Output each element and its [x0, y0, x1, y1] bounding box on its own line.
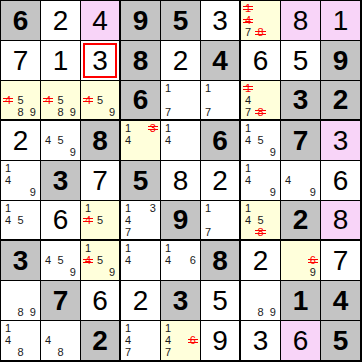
pencil-marks: 459	[42, 122, 79, 159]
cell-r4c7[interactable]: 1459	[241, 121, 281, 161]
entered-digit: 7	[333, 247, 349, 275]
cell-r1c4[interactable]: 9	[121, 1, 161, 41]
entered-digit: 5	[293, 47, 309, 75]
cell-r5c6[interactable]: 2	[201, 161, 241, 201]
given-digit: 6	[13, 7, 29, 35]
candidate-1: 1	[2, 202, 14, 214]
candidate-4: 4	[122, 214, 134, 226]
candidate-6: 6	[187, 254, 199, 266]
cell-r7c2[interactable]: 459	[41, 241, 81, 281]
cell-r1c9[interactable]: 1	[321, 1, 361, 41]
given-digit: 4	[333, 287, 349, 315]
candidate-5: 5	[94, 94, 106, 106]
candidate-6-eliminated: 6	[307, 254, 319, 266]
pencil-marks: 149	[2, 162, 39, 199]
candidate-4: 4	[242, 134, 254, 146]
candidate-1: 1	[202, 82, 214, 94]
given-digit: 5	[173, 7, 189, 35]
candidate-4-eliminated: 4	[242, 14, 254, 26]
cell-r2c9[interactable]: 9	[321, 41, 361, 81]
candidate-1: 1	[162, 122, 174, 134]
entered-digit: 4	[92, 7, 108, 35]
cell-r7c9[interactable]: 7	[321, 241, 361, 281]
cell-r4c8[interactable]: 7	[281, 121, 321, 161]
cell-r3c3[interactable]: 459	[81, 81, 121, 121]
cell-r5c7[interactable]: 149	[241, 161, 281, 201]
candidate-4: 4	[242, 174, 254, 186]
cell-r8c5[interactable]: 3	[161, 281, 201, 321]
cell-r1c8[interactable]: 8	[281, 1, 321, 41]
pencil-marks: 4589	[2, 82, 39, 118]
given-digit: 3	[173, 287, 189, 315]
given-digit: 3	[53, 167, 69, 195]
cell-r5c5[interactable]: 8	[161, 161, 201, 201]
entered-digit: 2	[53, 7, 69, 35]
cell-r3c2[interactable]: 4589	[41, 81, 81, 121]
candidate-5: 5	[54, 94, 66, 106]
candidate-8-eliminated: 8	[254, 106, 266, 118]
cell-r8c4[interactable]: 2	[121, 281, 161, 321]
candidate-9: 9	[106, 106, 118, 118]
candidate-4: 4	[42, 334, 54, 346]
given-digit: 3	[13, 247, 29, 275]
cell-r8c9[interactable]: 4	[321, 281, 361, 321]
pencil-marks: 1458	[242, 202, 279, 238]
cell-r8c7[interactable]: 89	[241, 281, 281, 321]
candidate-7: 7	[202, 106, 214, 118]
pencil-marks: 4589	[42, 82, 79, 118]
pencil-marks: 49	[282, 162, 319, 199]
candidate-8: 8	[54, 106, 66, 118]
entered-digit: 7	[92, 167, 108, 195]
candidate-5: 5	[14, 214, 26, 226]
pencil-marks: 89	[242, 282, 279, 319]
cell-r6c6[interactable]: 17	[201, 201, 241, 241]
pencil-marks: 147	[122, 322, 159, 359]
candidate-5: 5	[94, 254, 106, 266]
cell-r7c7[interactable]: 2	[241, 241, 281, 281]
entered-digit: 8	[293, 7, 309, 35]
cell-r2c8[interactable]: 5	[281, 41, 321, 81]
entered-digit: 3	[253, 327, 269, 355]
cell-r9c3[interactable]: 2	[81, 321, 121, 361]
candidate-5: 5	[54, 134, 66, 146]
pencil-marks: 14	[162, 122, 199, 159]
entered-digit: 8	[173, 167, 189, 195]
cell-r7c6[interactable]: 8	[201, 241, 241, 281]
cell-r9c1[interactable]: 148	[1, 321, 41, 361]
given-digit: 5	[133, 167, 149, 195]
candidate-8: 8	[54, 347, 66, 359]
candidate-5: 5	[254, 214, 266, 226]
pencil-marks: 459	[82, 82, 118, 118]
cell-r6c9[interactable]: 8	[321, 201, 361, 241]
candidate-9: 9	[67, 147, 79, 159]
candidate-4: 4	[2, 214, 14, 226]
given-digit: 3	[293, 86, 309, 114]
pencil-marks: 148	[2, 322, 39, 359]
cell-r5c4[interactable]: 5	[121, 161, 161, 201]
cell-r1c6[interactable]: 3	[201, 1, 241, 41]
cell-r4c3[interactable]: 8	[81, 121, 121, 161]
candidate-4: 4	[2, 174, 14, 186]
given-digit: 4	[212, 47, 228, 75]
candidate-4: 4	[242, 214, 254, 226]
entered-digit: 9	[212, 327, 228, 355]
entered-digit: 1	[333, 7, 349, 35]
cell-r2c4[interactable]: 8	[121, 41, 161, 81]
cell-r6c8[interactable]: 2	[281, 201, 321, 241]
candidate-1: 1	[122, 322, 134, 334]
given-digit: 1	[293, 287, 309, 315]
sudoku-board: 6249531478817138246594589458945961717147…	[0, 0, 362, 362]
pencil-marks: 145	[82, 202, 118, 238]
candidate-1: 1	[242, 202, 254, 214]
cell-r5c1[interactable]: 149	[1, 161, 41, 201]
cell-r2c1[interactable]: 7	[1, 41, 41, 81]
candidate-1: 1	[162, 82, 174, 94]
candidate-1: 1	[242, 162, 254, 174]
given-digit: 5	[333, 327, 349, 355]
cell-r6c2[interactable]: 6	[41, 201, 81, 241]
candidate-9: 9	[307, 267, 319, 279]
candidate-9: 9	[27, 307, 39, 319]
candidate-1: 1	[122, 202, 134, 214]
candidate-4: 4	[42, 134, 54, 146]
cell-r7c4[interactable]: 14	[121, 241, 161, 281]
pencil-marks: 14	[122, 242, 159, 279]
cell-r2c6[interactable]: 4	[201, 41, 241, 81]
candidate-4: 4	[162, 134, 174, 146]
cell-r3c1[interactable]: 4589	[1, 81, 41, 121]
entered-digit: 5	[212, 287, 228, 315]
given-digit: 6	[133, 86, 149, 114]
candidate-4: 4	[162, 254, 174, 266]
candidate-9: 9	[27, 187, 39, 199]
candidate-4: 4	[2, 334, 14, 346]
candidate-9: 9	[27, 106, 39, 118]
cell-r4c6[interactable]: 6	[201, 121, 241, 161]
candidate-4: 4	[242, 94, 254, 106]
candidate-1: 1	[2, 322, 14, 334]
pencil-marks: 149	[242, 162, 279, 199]
cell-r6c5[interactable]: 9	[161, 201, 201, 241]
cell-r9c9[interactable]: 5	[321, 321, 361, 361]
pencil-marks: 89	[2, 282, 39, 319]
cell-r9c6[interactable]: 9	[201, 321, 241, 361]
entered-digit: 3	[92, 47, 108, 75]
pencil-marks: 1459	[82, 242, 118, 279]
entered-digit: 6	[53, 206, 69, 234]
given-digit: 9	[133, 7, 149, 35]
pencil-marks: 1478	[242, 82, 279, 118]
cell-r5c2[interactable]: 3	[41, 161, 81, 201]
given-digit: 7	[293, 127, 309, 155]
candidate-7: 7	[162, 347, 174, 359]
cell-r1c5[interactable]: 5	[161, 1, 201, 41]
pencil-marks: 459	[42, 242, 79, 279]
candidate-4: 4	[42, 254, 54, 266]
candidate-1: 1	[202, 202, 214, 214]
candidate-5: 5	[254, 134, 266, 146]
cell-r3c8[interactable]: 3	[281, 81, 321, 121]
candidate-8-eliminated: 8	[254, 226, 266, 238]
cell-r3c7[interactable]: 1478	[241, 81, 281, 121]
pencil-marks: 17	[162, 82, 199, 118]
cell-r4c9[interactable]: 3	[321, 121, 361, 161]
candidate-1-eliminated: 1	[242, 2, 254, 14]
candidate-7: 7	[122, 347, 134, 359]
cell-r9c7[interactable]: 3	[241, 321, 281, 361]
cell-r7c1[interactable]: 3	[1, 241, 41, 281]
pencil-marks: 1478	[242, 2, 279, 39]
candidate-7: 7	[242, 27, 254, 39]
pencil-marks: 48	[42, 322, 79, 359]
candidate-5: 5	[14, 94, 26, 106]
candidate-1: 1	[242, 122, 254, 134]
cell-r6c1[interactable]: 145	[1, 201, 41, 241]
candidate-7: 7	[162, 106, 174, 118]
pencil-marks: 69	[282, 242, 319, 279]
candidate-7: 7	[202, 226, 214, 238]
cell-r8c3[interactable]: 6	[81, 281, 121, 321]
cell-r3c6[interactable]: 17	[201, 81, 241, 121]
given-digit: 7	[53, 287, 69, 315]
cell-r1c7[interactable]: 1478	[241, 1, 281, 41]
candidate-9: 9	[267, 307, 279, 319]
entered-digit: 6	[333, 167, 349, 195]
given-digit: 2	[293, 206, 309, 234]
candidate-1: 1	[122, 122, 134, 134]
pencil-marks: 1347	[122, 202, 159, 238]
candidate-6-eliminated: 6	[187, 334, 199, 346]
candidate-4: 4	[122, 254, 134, 266]
given-digit: 6	[212, 127, 228, 155]
cell-r6c7[interactable]: 1458	[241, 201, 281, 241]
cell-r9c2[interactable]: 48	[41, 321, 81, 361]
candidate-1: 1	[2, 162, 14, 174]
candidate-4: 4	[162, 334, 174, 346]
candidate-9: 9	[106, 267, 118, 279]
pencil-marks: 17	[202, 202, 238, 238]
cell-r8c2[interactable]: 7	[41, 281, 81, 321]
candidate-4: 4	[122, 334, 134, 346]
candidate-9: 9	[67, 106, 79, 118]
given-digit: 8	[212, 247, 228, 275]
candidate-3-eliminated: 3	[147, 122, 159, 134]
candidate-8: 8	[14, 347, 26, 359]
pencil-marks: 1459	[242, 122, 279, 159]
candidate-5: 5	[94, 214, 106, 226]
entered-digit: 6	[293, 327, 309, 355]
entered-digit: 2	[253, 247, 269, 275]
cell-r1c3[interactable]: 4	[81, 1, 121, 41]
cell-r7c5[interactable]: 146	[161, 241, 201, 281]
candidate-1: 1	[82, 242, 94, 254]
entered-digit: 3	[212, 7, 228, 35]
entered-digit: 2	[133, 287, 149, 315]
candidate-9: 9	[267, 147, 279, 159]
candidate-1: 1	[82, 202, 94, 214]
candidate-4: 4	[282, 174, 294, 186]
candidate-9: 9	[267, 187, 279, 199]
cell-r5c3[interactable]: 7	[81, 161, 121, 201]
pencil-marks: 17	[202, 82, 238, 118]
cell-r6c3[interactable]: 145	[81, 201, 121, 241]
given-digit: 8	[92, 127, 108, 155]
entered-digit: 2	[173, 47, 189, 75]
cell-r3c4[interactable]: 6	[121, 81, 161, 121]
cell-r1c1[interactable]: 6	[1, 1, 41, 41]
pencil-marks: 134	[122, 122, 159, 159]
candidate-9: 9	[67, 267, 79, 279]
candidate-4-eliminated: 4	[2, 94, 14, 106]
cell-r4c4[interactable]: 134	[121, 121, 161, 161]
cell-r7c8[interactable]: 69	[281, 241, 321, 281]
entered-digit: 1	[53, 47, 69, 75]
given-digit: 8	[133, 47, 149, 75]
cell-r5c9[interactable]: 6	[321, 161, 361, 201]
candidate-4-eliminated: 4	[82, 254, 94, 266]
candidate-1-eliminated: 1	[242, 82, 254, 94]
entered-digit: 6	[253, 47, 269, 75]
cell-r5c8[interactable]: 49	[281, 161, 321, 201]
given-digit: 9	[333, 47, 349, 75]
given-digit: 9	[173, 206, 189, 234]
candidate-8: 8	[254, 307, 266, 319]
given-digit: 2	[333, 86, 349, 114]
cell-r8c6[interactable]: 5	[201, 281, 241, 321]
candidate-8: 8	[14, 307, 26, 319]
candidate-4-eliminated: 4	[82, 214, 94, 226]
entered-digit: 6	[92, 287, 108, 315]
candidate-1: 1	[162, 322, 174, 334]
candidate-5: 5	[54, 254, 66, 266]
candidate-3: 3	[147, 202, 159, 214]
candidate-7: 7	[122, 226, 134, 238]
cell-r4c2[interactable]: 459	[41, 121, 81, 161]
candidate-8-eliminated: 8	[254, 27, 266, 39]
cell-r8c1[interactable]: 89	[1, 281, 41, 321]
entered-digit: 3	[333, 127, 349, 155]
cell-r2c3[interactable]: 3	[81, 41, 121, 81]
pencil-marks: 146	[162, 242, 199, 279]
candidate-1: 1	[122, 242, 134, 254]
cell-r4c5[interactable]: 14	[161, 121, 201, 161]
entered-digit: 2	[212, 167, 228, 195]
cell-r9c8[interactable]: 6	[281, 321, 321, 361]
pencil-marks: 145	[2, 202, 39, 238]
candidate-1: 1	[162, 242, 174, 254]
cell-r3c5[interactable]: 17	[161, 81, 201, 121]
cell-r3c9[interactable]: 2	[321, 81, 361, 121]
cell-r9c4[interactable]: 147	[121, 321, 161, 361]
entered-digit: 7	[13, 47, 29, 75]
candidate-8: 8	[14, 106, 26, 118]
cell-r2c2[interactable]: 1	[41, 41, 81, 81]
cell-r2c7[interactable]: 6	[241, 41, 281, 81]
cell-r2c5[interactable]: 2	[161, 41, 201, 81]
entered-digit: 2	[13, 127, 29, 155]
cell-r7c3[interactable]: 1459	[81, 241, 121, 281]
cell-r4c1[interactable]: 2	[1, 121, 41, 161]
candidate-4-eliminated: 4	[82, 94, 94, 106]
cell-r1c2[interactable]: 2	[41, 1, 81, 41]
entered-digit: 8	[333, 206, 349, 234]
candidate-9: 9	[307, 187, 319, 199]
cell-r8c8[interactable]: 1	[281, 281, 321, 321]
candidate-4: 4	[122, 134, 134, 146]
pencil-marks: 1467	[162, 322, 199, 359]
cell-r9c5[interactable]: 1467	[161, 321, 201, 361]
candidate-4-eliminated: 4	[42, 94, 54, 106]
cell-r6c4[interactable]: 1347	[121, 201, 161, 241]
candidate-7: 7	[242, 106, 254, 118]
given-digit: 2	[92, 327, 108, 355]
